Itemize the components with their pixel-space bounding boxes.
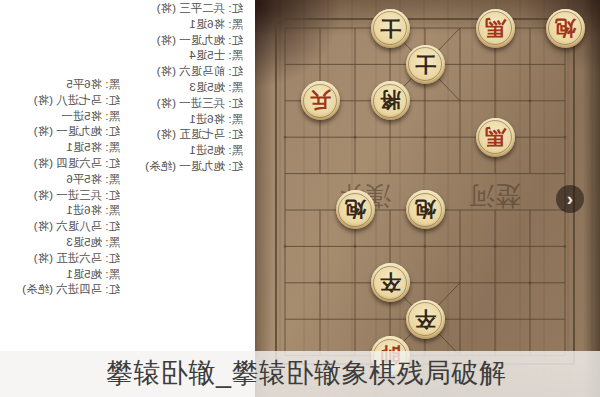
- move-line: 黑: 将5平6: [8, 172, 120, 188]
- move-line: 黑: 将6进1: [8, 203, 120, 219]
- piece-士[interactable]: 士: [371, 9, 410, 48]
- move-line: 红: 马六进五 (将): [8, 251, 120, 267]
- chevron-right-icon: ›: [567, 188, 573, 210]
- piece-glyph: 馬: [476, 118, 515, 157]
- piece-卒[interactable]: 卒: [406, 300, 445, 339]
- move-line: 红: 兵三进一 (将): [8, 188, 120, 204]
- piece-glyph: 卒: [406, 300, 445, 339]
- piece-glyph: 炮: [546, 9, 585, 48]
- move-line: 红: 马七进八 (将): [8, 93, 120, 109]
- move-line: 黑: 炮5退3: [8, 235, 120, 251]
- piece-炮[interactable]: 炮: [336, 190, 375, 229]
- pieces-grid: 士馬炮士兵將馬炮炮卒卒帥: [268, 10, 583, 374]
- piece-炮[interactable]: 炮: [546, 9, 585, 48]
- piece-glyph: 炮: [406, 190, 445, 229]
- move-list-panel: 黑: 将6平5红: 马七进八 (将)黑: 将5进一红: 炮九退一 (将)黑: 将…: [0, 0, 255, 397]
- move-line: 红: 前马退六 (将): [131, 64, 243, 80]
- piece-兵[interactable]: 兵: [301, 81, 340, 120]
- move-line: 红: 炮九退一 (将): [131, 33, 243, 49]
- piece-卒[interactable]: 卒: [371, 263, 410, 302]
- move-line: 红: 兵三进一 (将): [131, 96, 243, 112]
- move-line: 黑: 炮5退1: [8, 267, 120, 283]
- move-line: 黑: 将6平5: [8, 77, 120, 93]
- piece-glyph: 士: [371, 9, 410, 48]
- piece-glyph: 卒: [371, 263, 410, 302]
- move-line: 黑: 士5退4: [131, 48, 243, 64]
- piece-炮[interactable]: 炮: [406, 190, 445, 229]
- move-line: 红: 马六退四 (将): [8, 156, 120, 172]
- move-line: 红: 马七退五 (将): [131, 127, 243, 143]
- screenshot: 黑: 将6平5红: 马七进八 (将)黑: 将5进一红: 炮九退一 (将)黑: 将…: [0, 0, 600, 397]
- piece-馬[interactable]: 馬: [476, 9, 515, 48]
- piece-將[interactable]: 將: [371, 81, 410, 120]
- move-line: 红: 马八退六 (将): [8, 219, 120, 235]
- caption-text: 攀辕卧辙_攀辕卧辙象棋残局破解: [106, 355, 507, 391]
- move-line: 黑: 将6进1: [131, 112, 243, 128]
- piece-馬[interactable]: 馬: [476, 118, 515, 157]
- move-line: 黑: 炮5进1: [131, 143, 243, 159]
- xiangqi-board: 漢界 楚河 士馬炮士兵將馬炮炮卒卒帥: [255, 0, 600, 397]
- piece-glyph: 士: [406, 45, 445, 84]
- move-line: 红: 炮九退一 (绝杀): [131, 159, 243, 175]
- piece-glyph: 將: [371, 81, 410, 120]
- move-column-a: 红: 兵二平三 (将)黑: 将6退1红: 炮九退一 (将)黑: 士5退4红: 前…: [131, 1, 243, 175]
- move-line: 黑: 炮5退3: [131, 80, 243, 96]
- piece-glyph: 炮: [336, 190, 375, 229]
- move-line: 黑: 将6退1: [131, 17, 243, 33]
- piece-士[interactable]: 士: [406, 45, 445, 84]
- move-line: 红: 炮九退一 (将): [8, 124, 120, 140]
- carousel-next-button[interactable]: ›: [556, 185, 584, 213]
- move-column-b: 黑: 将6平5红: 马七进八 (将)黑: 将5进一红: 炮九退一 (将)黑: 将…: [8, 77, 120, 298]
- move-line: 黑: 将5退1: [8, 140, 120, 156]
- move-line: 黑: 将5进一: [8, 109, 120, 125]
- piece-glyph: 馬: [476, 9, 515, 48]
- piece-glyph: 兵: [301, 81, 340, 120]
- move-line: 红: 兵二平三 (将): [131, 1, 243, 17]
- move-line: 红: 马四进六 (绝杀): [8, 282, 120, 298]
